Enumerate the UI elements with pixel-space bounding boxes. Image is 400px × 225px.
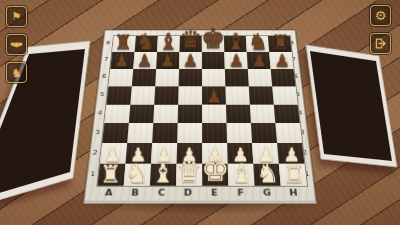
square-b5[interactable] <box>130 86 155 104</box>
square-g4[interactable] <box>250 104 276 123</box>
square-a6[interactable] <box>108 69 133 86</box>
square-e3[interactable] <box>202 123 227 143</box>
square-g1[interactable]: ♞ <box>253 164 280 186</box>
square-e8[interactable]: ♚ <box>202 36 224 52</box>
white-knight[interactable]: ♞ <box>125 161 148 187</box>
exit-button[interactable] <box>370 33 391 54</box>
square-e5[interactable]: ♟ <box>202 86 226 104</box>
square-h6[interactable] <box>271 69 296 86</box>
draw-offer-button[interactable] <box>6 34 27 55</box>
white-queen[interactable]: ♛ <box>176 157 202 186</box>
board-frame: 87654321 87654321 ABCDEFGH ♜♞♝♛♚♝♞♜♟♟♟♟♟… <box>83 30 316 204</box>
square-h4[interactable] <box>274 104 300 123</box>
black-bishop[interactable]: ♝ <box>225 30 245 52</box>
square-f6[interactable] <box>225 69 249 86</box>
square-g5[interactable] <box>249 86 274 104</box>
square-a7[interactable]: ♟ <box>110 52 134 69</box>
settings-button[interactable]: ⚙ <box>370 5 391 26</box>
exit-icon <box>374 37 387 50</box>
black-pawn[interactable]: ♟ <box>274 52 289 69</box>
square-b7[interactable]: ♟ <box>133 52 157 69</box>
black-king[interactable]: ♚ <box>201 26 225 53</box>
black-bishop[interactable]: ♝ <box>158 30 178 52</box>
square-a4[interactable] <box>104 104 130 123</box>
black-pawn[interactable]: ♟ <box>137 52 152 69</box>
white-rook[interactable]: ♜ <box>100 163 122 187</box>
square-g7[interactable]: ♟ <box>247 52 271 69</box>
square-b4[interactable] <box>129 104 154 123</box>
square-d4[interactable] <box>178 104 202 123</box>
square-f7[interactable]: ♟ <box>224 52 247 69</box>
captured-pieces-tray-right <box>300 38 400 178</box>
square-b3[interactable] <box>127 123 153 143</box>
black-queen[interactable]: ♛ <box>179 27 202 52</box>
black-pawn[interactable]: ♟ <box>114 52 129 69</box>
square-e6[interactable] <box>202 69 225 86</box>
square-d6[interactable] <box>179 69 202 86</box>
square-c6[interactable] <box>155 69 179 86</box>
white-bishop[interactable]: ♝ <box>230 161 253 187</box>
resign-button[interactable]: ⚑ <box>6 6 27 27</box>
black-pawn[interactable]: ♟ <box>206 87 222 105</box>
square-b1[interactable]: ♞ <box>124 164 151 186</box>
knight-button[interactable]: ♞ <box>6 62 27 83</box>
white-king[interactable]: ♚ <box>201 155 229 187</box>
square-h5[interactable] <box>272 86 297 104</box>
square-e1[interactable]: ♚ <box>202 164 228 186</box>
square-c5[interactable] <box>154 86 178 104</box>
black-knight[interactable]: ♞ <box>136 30 156 52</box>
square-d5[interactable] <box>178 86 202 104</box>
square-c7[interactable]: ♟ <box>156 52 179 69</box>
square-h3[interactable] <box>275 123 302 143</box>
square-f4[interactable] <box>226 104 251 123</box>
black-pawn[interactable]: ♟ <box>252 52 267 69</box>
white-rook[interactable]: ♜ <box>283 163 305 187</box>
square-g3[interactable] <box>251 123 277 143</box>
square-g6[interactable] <box>248 69 272 86</box>
square-e7[interactable] <box>202 52 225 69</box>
square-b6[interactable] <box>132 69 156 86</box>
square-h1[interactable]: ♜ <box>279 164 307 186</box>
square-a1[interactable]: ♜ <box>97 164 125 186</box>
flag-icon: ⚑ <box>12 10 22 23</box>
square-a5[interactable] <box>106 86 131 104</box>
square-f5[interactable] <box>225 86 249 104</box>
square-h7[interactable]: ♟ <box>269 52 293 69</box>
square-d3[interactable] <box>177 123 202 143</box>
gear-icon: ⚙ <box>375 8 387 23</box>
square-d7[interactable]: ♟ <box>179 52 202 69</box>
square-c4[interactable] <box>153 104 178 123</box>
chess-board: 87654321 87654321 ABCDEFGH ♜♞♝♛♚♝♞♜♟♟♟♟♟… <box>83 30 316 204</box>
handshake-icon <box>10 38 23 51</box>
white-bishop[interactable]: ♝ <box>151 161 174 187</box>
square-c3[interactable] <box>152 123 177 143</box>
square-c1[interactable]: ♝ <box>150 164 177 186</box>
square-a3[interactable] <box>102 123 129 143</box>
black-pawn[interactable]: ♟ <box>160 52 175 69</box>
board-grid: ♜♞♝♛♚♝♞♜♟♟♟♟♟♟♟♟♟♟♟♟♟♟♟♟♜♞♝♛♚♝♞♜ <box>96 35 308 186</box>
knight-icon: ♞ <box>11 66 22 80</box>
black-pawn[interactable]: ♟ <box>183 52 198 69</box>
square-f3[interactable] <box>226 123 252 143</box>
black-pawn[interactable]: ♟ <box>229 52 244 69</box>
square-f1[interactable]: ♝ <box>228 164 255 186</box>
square-d1[interactable]: ♛ <box>176 164 202 186</box>
square-e4[interactable] <box>202 104 226 123</box>
game-screen: 87654321 87654321 ABCDEFGH ♜♞♝♛♚♝♞♜♟♟♟♟♟… <box>0 0 400 225</box>
white-knight[interactable]: ♞ <box>256 161 279 187</box>
black-knight[interactable]: ♞ <box>248 30 268 52</box>
